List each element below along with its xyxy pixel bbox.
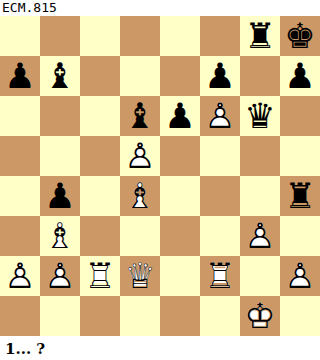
square-f3[interactable] <box>200 216 240 256</box>
square-d4[interactable]: ♝♗ <box>120 176 160 216</box>
piece-black-rook: ♜ <box>240 16 280 56</box>
square-d7[interactable] <box>120 56 160 96</box>
square-d6[interactable]: ♝ <box>120 96 160 136</box>
square-h4[interactable]: ♜ <box>280 176 320 216</box>
square-a7[interactable]: ♟ <box>0 56 40 96</box>
piece-black-pawn: ♟ <box>160 96 200 136</box>
square-c4[interactable] <box>80 176 120 216</box>
piece-black-pawn: ♟ <box>40 176 80 216</box>
square-h3[interactable] <box>280 216 320 256</box>
piece-black-bishop: ♝ <box>120 96 160 136</box>
square-h7[interactable]: ♟ <box>280 56 320 96</box>
square-f8[interactable] <box>200 16 240 56</box>
square-b6[interactable] <box>40 96 80 136</box>
square-d2[interactable]: ♛♕ <box>120 256 160 296</box>
piece-black-bishop: ♝ <box>40 56 80 96</box>
piece-white-bishop: ♝♗ <box>120 176 160 216</box>
square-d1[interactable] <box>120 296 160 336</box>
square-b5[interactable] <box>40 136 80 176</box>
square-a5[interactable] <box>0 136 40 176</box>
square-g7[interactable] <box>240 56 280 96</box>
square-h5[interactable] <box>280 136 320 176</box>
piece-white-pawn: ♟♙ <box>120 136 160 176</box>
square-b4[interactable]: ♟ <box>40 176 80 216</box>
square-h1[interactable] <box>280 296 320 336</box>
piece-white-pawn: ♟♙ <box>280 256 320 296</box>
square-h6[interactable] <box>280 96 320 136</box>
square-e2[interactable] <box>160 256 200 296</box>
square-f6[interactable]: ♟♙ <box>200 96 240 136</box>
square-f4[interactable] <box>200 176 240 216</box>
square-g5[interactable] <box>240 136 280 176</box>
piece-black-pawn: ♟ <box>200 56 240 96</box>
square-g1[interactable]: ♚♔ <box>240 296 280 336</box>
piece-white-rook: ♜♖ <box>200 256 240 296</box>
piece-black-pawn: ♟ <box>0 56 40 96</box>
piece-white-pawn: ♟♙ <box>200 96 240 136</box>
square-g3[interactable]: ♟♙ <box>240 216 280 256</box>
chess-board: ♜♚♟♝♟♟♝♟♟♙♛♟♙♟♝♗♜♝♗♟♙♟♙♟♙♜♖♛♕♜♖♟♙♚♔ <box>0 16 320 336</box>
piece-white-king: ♚♔ <box>240 296 280 336</box>
square-c5[interactable] <box>80 136 120 176</box>
chess-app-window: ECM.815 ♜♚♟♝♟♟♝♟♟♙♛♟♙♟♝♗♜♝♗♟♙♟♙♟♙♜♖♛♕♜♖♟… <box>0 0 320 360</box>
square-a4[interactable] <box>0 176 40 216</box>
square-g6[interactable]: ♛ <box>240 96 280 136</box>
square-f7[interactable]: ♟ <box>200 56 240 96</box>
piece-white-pawn: ♟♙ <box>40 256 80 296</box>
square-c8[interactable] <box>80 16 120 56</box>
square-b1[interactable] <box>40 296 80 336</box>
square-a8[interactable] <box>0 16 40 56</box>
square-d5[interactable]: ♟♙ <box>120 136 160 176</box>
piece-black-rook: ♜ <box>280 176 320 216</box>
square-b3[interactable]: ♝♗ <box>40 216 80 256</box>
square-e5[interactable] <box>160 136 200 176</box>
piece-white-queen: ♛♕ <box>120 256 160 296</box>
square-e6[interactable]: ♟ <box>160 96 200 136</box>
square-c2[interactable]: ♜♖ <box>80 256 120 296</box>
square-h2[interactable]: ♟♙ <box>280 256 320 296</box>
square-g8[interactable]: ♜ <box>240 16 280 56</box>
piece-white-pawn: ♟♙ <box>240 216 280 256</box>
square-g2[interactable] <box>240 256 280 296</box>
square-c6[interactable] <box>80 96 120 136</box>
square-e7[interactable] <box>160 56 200 96</box>
piece-white-bishop: ♝♗ <box>40 216 80 256</box>
square-f1[interactable] <box>200 296 240 336</box>
square-a1[interactable] <box>0 296 40 336</box>
square-d3[interactable] <box>120 216 160 256</box>
piece-black-king: ♚ <box>280 16 320 56</box>
square-g4[interactable] <box>240 176 280 216</box>
square-e3[interactable] <box>160 216 200 256</box>
piece-white-pawn: ♟♙ <box>0 256 40 296</box>
square-e8[interactable] <box>160 16 200 56</box>
piece-black-queen: ♛ <box>240 96 280 136</box>
piece-white-rook: ♜♖ <box>80 256 120 296</box>
square-b7[interactable]: ♝ <box>40 56 80 96</box>
square-a3[interactable] <box>0 216 40 256</box>
square-e1[interactable] <box>160 296 200 336</box>
square-f2[interactable]: ♜♖ <box>200 256 240 296</box>
move-prompt: 1... ? <box>0 336 320 360</box>
square-f5[interactable] <box>200 136 240 176</box>
square-e4[interactable] <box>160 176 200 216</box>
square-d8[interactable] <box>120 16 160 56</box>
square-b8[interactable] <box>40 16 80 56</box>
square-b2[interactable]: ♟♙ <box>40 256 80 296</box>
square-a6[interactable] <box>0 96 40 136</box>
square-h8[interactable]: ♚ <box>280 16 320 56</box>
square-c3[interactable] <box>80 216 120 256</box>
square-c7[interactable] <box>80 56 120 96</box>
square-a2[interactable]: ♟♙ <box>0 256 40 296</box>
square-c1[interactable] <box>80 296 120 336</box>
puzzle-title: ECM.815 <box>0 0 320 16</box>
piece-black-pawn: ♟ <box>280 56 320 96</box>
